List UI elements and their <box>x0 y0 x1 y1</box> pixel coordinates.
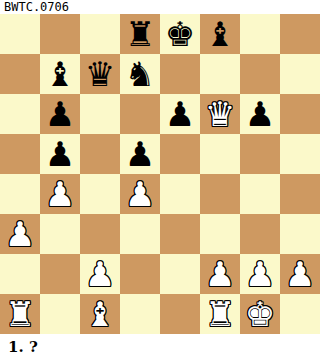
square-b2[interactable] <box>40 254 80 294</box>
square-a5[interactable] <box>0 134 40 174</box>
square-a3[interactable]: ♟ <box>0 214 40 254</box>
square-f3[interactable] <box>200 214 240 254</box>
square-h3[interactable] <box>280 214 320 254</box>
piece-white-pawn[interactable]: ♟ <box>5 214 35 254</box>
square-b1[interactable] <box>40 294 80 334</box>
square-f2[interactable]: ♟ <box>200 254 240 294</box>
piece-white-pawn[interactable]: ♟ <box>285 254 315 294</box>
square-c1[interactable]: ♝ <box>80 294 120 334</box>
square-c4[interactable] <box>80 174 120 214</box>
square-f1[interactable]: ♜ <box>200 294 240 334</box>
puzzle-title: BWTC.0706 <box>0 0 320 14</box>
square-g3[interactable] <box>240 214 280 254</box>
square-a7[interactable] <box>0 54 40 94</box>
chess-puzzle-window: BWTC.0706 ♜♚♝♝♛♞♟♟♛♟♟♟♟♟♟♟♟♟♟♜♝♜♚ 1. ? <box>0 0 320 360</box>
piece-white-rook[interactable]: ♜ <box>5 294 35 334</box>
square-d4[interactable]: ♟ <box>120 174 160 214</box>
piece-black-pawn[interactable]: ♟ <box>45 134 75 174</box>
square-a2[interactable] <box>0 254 40 294</box>
chess-board: ♜♚♝♝♛♞♟♟♛♟♟♟♟♟♟♟♟♟♟♜♝♜♚ <box>0 14 320 334</box>
piece-black-pawn[interactable]: ♟ <box>245 94 275 134</box>
square-g8[interactable] <box>240 14 280 54</box>
piece-white-king[interactable]: ♚ <box>245 294 275 334</box>
piece-black-knight[interactable]: ♞ <box>125 54 155 94</box>
square-c7[interactable]: ♛ <box>80 54 120 94</box>
square-c8[interactable] <box>80 14 120 54</box>
square-e2[interactable] <box>160 254 200 294</box>
piece-black-pawn[interactable]: ♟ <box>165 94 195 134</box>
square-d7[interactable]: ♞ <box>120 54 160 94</box>
square-d3[interactable] <box>120 214 160 254</box>
piece-white-pawn[interactable]: ♟ <box>245 254 275 294</box>
piece-white-pawn[interactable]: ♟ <box>125 174 155 214</box>
piece-white-bishop[interactable]: ♝ <box>85 294 115 334</box>
square-e7[interactable] <box>160 54 200 94</box>
square-b7[interactable]: ♝ <box>40 54 80 94</box>
square-d8[interactable]: ♜ <box>120 14 160 54</box>
square-e1[interactable] <box>160 294 200 334</box>
square-a6[interactable] <box>0 94 40 134</box>
square-c6[interactable] <box>80 94 120 134</box>
piece-black-queen[interactable]: ♛ <box>85 54 115 94</box>
move-prompt: 1. ? <box>0 334 320 360</box>
square-b4[interactable]: ♟ <box>40 174 80 214</box>
square-f8[interactable]: ♝ <box>200 14 240 54</box>
square-h1[interactable] <box>280 294 320 334</box>
square-d5[interactable]: ♟ <box>120 134 160 174</box>
square-g5[interactable] <box>240 134 280 174</box>
piece-white-pawn[interactable]: ♟ <box>85 254 115 294</box>
square-b3[interactable] <box>40 214 80 254</box>
square-e5[interactable] <box>160 134 200 174</box>
square-a4[interactable] <box>0 174 40 214</box>
square-e6[interactable]: ♟ <box>160 94 200 134</box>
square-h7[interactable] <box>280 54 320 94</box>
square-d1[interactable] <box>120 294 160 334</box>
piece-black-rook[interactable]: ♜ <box>125 14 155 54</box>
piece-white-rook[interactable]: ♜ <box>205 294 235 334</box>
square-d2[interactable] <box>120 254 160 294</box>
square-d6[interactable] <box>120 94 160 134</box>
square-h5[interactable] <box>280 134 320 174</box>
square-g7[interactable] <box>240 54 280 94</box>
square-f6[interactable]: ♛ <box>200 94 240 134</box>
square-h2[interactable]: ♟ <box>280 254 320 294</box>
square-b6[interactable]: ♟ <box>40 94 80 134</box>
piece-white-queen[interactable]: ♛ <box>205 94 235 134</box>
piece-white-pawn[interactable]: ♟ <box>205 254 235 294</box>
square-g1[interactable]: ♚ <box>240 294 280 334</box>
piece-white-pawn[interactable]: ♟ <box>45 174 75 214</box>
square-f4[interactable] <box>200 174 240 214</box>
square-g2[interactable]: ♟ <box>240 254 280 294</box>
square-c2[interactable]: ♟ <box>80 254 120 294</box>
piece-black-pawn[interactable]: ♟ <box>125 134 155 174</box>
square-a8[interactable] <box>0 14 40 54</box>
square-e8[interactable]: ♚ <box>160 14 200 54</box>
square-a1[interactable]: ♜ <box>0 294 40 334</box>
piece-black-pawn[interactable]: ♟ <box>45 94 75 134</box>
square-f5[interactable] <box>200 134 240 174</box>
piece-black-bishop[interactable]: ♝ <box>45 54 75 94</box>
square-g4[interactable] <box>240 174 280 214</box>
square-c3[interactable] <box>80 214 120 254</box>
square-b8[interactable] <box>40 14 80 54</box>
square-e3[interactable] <box>160 214 200 254</box>
square-e4[interactable] <box>160 174 200 214</box>
square-h6[interactable] <box>280 94 320 134</box>
square-f7[interactable] <box>200 54 240 94</box>
square-g6[interactable]: ♟ <box>240 94 280 134</box>
piece-black-king[interactable]: ♚ <box>165 14 195 54</box>
square-b5[interactable]: ♟ <box>40 134 80 174</box>
square-h4[interactable] <box>280 174 320 214</box>
piece-black-bishop[interactable]: ♝ <box>205 14 235 54</box>
square-h8[interactable] <box>280 14 320 54</box>
square-c5[interactable] <box>80 134 120 174</box>
